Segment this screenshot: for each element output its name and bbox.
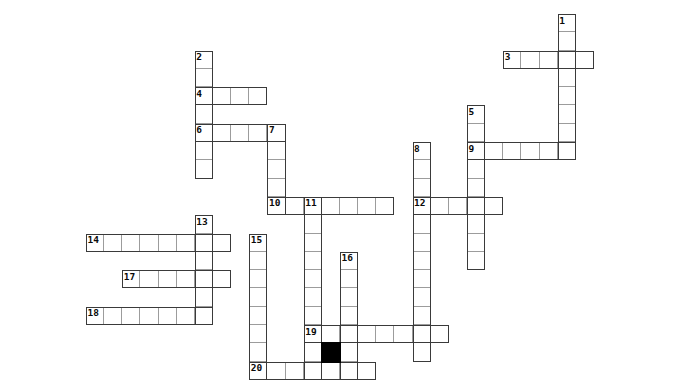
- cell-r13-c19[interactable]: [413, 234, 431, 252]
- cell-r13-c1[interactable]: [86, 234, 104, 252]
- cell-r12-c7[interactable]: [195, 215, 213, 233]
- cell-r15-c4[interactable]: [140, 270, 158, 288]
- cell-r11-c16[interactable]: [358, 197, 376, 215]
- cell-r18-c10[interactable]: [249, 325, 267, 343]
- cell-r13-c13[interactable]: [304, 234, 322, 252]
- cell-r7-c10[interactable]: [249, 124, 267, 142]
- cell-r7-c9[interactable]: [231, 124, 249, 142]
- cell-r3-c7[interactable]: [195, 51, 213, 69]
- cell-r17-c3[interactable]: [122, 307, 140, 325]
- cell-r6-c22[interactable]: [467, 105, 485, 123]
- cell-r14-c22[interactable]: [467, 252, 485, 270]
- cell-r13-c10[interactable]: [249, 234, 267, 252]
- cell-r18-c20[interactable]: [431, 325, 449, 343]
- cell-r15-c3[interactable]: [122, 270, 140, 288]
- cell-r16-c10[interactable]: [249, 288, 267, 306]
- cell-r18-c15[interactable]: [340, 325, 358, 343]
- cell-r17-c1[interactable]: [86, 307, 104, 325]
- cell-r20-c13[interactable]: [304, 362, 322, 380]
- cell-r10-c19[interactable]: [413, 179, 431, 197]
- cell-r19-c13[interactable]: [304, 343, 322, 361]
- cell-r7-c27[interactable]: [558, 124, 576, 142]
- cell-r15-c10[interactable]: [249, 270, 267, 288]
- cell-r15-c6[interactable]: [177, 270, 195, 288]
- cell-r5-c27[interactable]: [558, 87, 576, 105]
- cell-r5-c10[interactable]: [249, 87, 267, 105]
- cell-r18-c18[interactable]: [394, 325, 412, 343]
- cell-r7-c7[interactable]: [195, 124, 213, 142]
- cell-r10-c22[interactable]: [467, 179, 485, 197]
- cell-r1-c27[interactable]: [558, 14, 576, 32]
- cell-r3-c26[interactable]: [540, 51, 558, 69]
- cell-r8-c24[interactable]: [503, 142, 521, 160]
- cell-r8-c26[interactable]: [540, 142, 558, 160]
- cell-r4-c27[interactable]: [558, 69, 576, 87]
- cell-r20-c11[interactable]: [267, 362, 285, 380]
- cell-r8-c22[interactable]: [467, 142, 485, 160]
- cell-r17-c15[interactable]: [340, 307, 358, 325]
- cell-r12-c19[interactable]: [413, 215, 431, 233]
- cell-r8-c11[interactable]: [267, 142, 285, 160]
- cell-r9-c22[interactable]: [467, 160, 485, 178]
- cell-r17-c6[interactable]: [177, 307, 195, 325]
- cell-r17-c7[interactable]: [195, 307, 213, 325]
- cell-r4-c7[interactable]: [195, 69, 213, 87]
- cell-r17-c19[interactable]: [413, 307, 431, 325]
- cell-r18-c17[interactable]: [376, 325, 394, 343]
- cell-r20-c12[interactable]: [286, 362, 304, 380]
- cell-r6-c7[interactable]: [195, 105, 213, 123]
- cell-r20-c10[interactable]: [249, 362, 267, 380]
- cell-r11-c23[interactable]: [485, 197, 503, 215]
- cell-r13-c7[interactable]: [195, 234, 213, 252]
- cell-r8-c25[interactable]: [521, 142, 539, 160]
- cell-r3-c24[interactable]: [503, 51, 521, 69]
- cell-r14-c10[interactable]: [249, 252, 267, 270]
- cell-r20-c15[interactable]: [340, 362, 358, 380]
- cell-r15-c5[interactable]: [159, 270, 177, 288]
- cell-r3-c28[interactable]: [576, 51, 594, 69]
- cell-r18-c13[interactable]: [304, 325, 322, 343]
- cell-r14-c7[interactable]: [195, 252, 213, 270]
- cell-r11-c22[interactable]: [467, 197, 485, 215]
- cell-r16-c7[interactable]: [195, 288, 213, 306]
- cell-r11-c12[interactable]: [286, 197, 304, 215]
- cell-r15-c8[interactable]: [213, 270, 231, 288]
- cell-r17-c13[interactable]: [304, 307, 322, 325]
- cell-r18-c19[interactable]: [413, 325, 431, 343]
- cell-r7-c11[interactable]: [267, 124, 285, 142]
- cell-r13-c4[interactable]: [140, 234, 158, 252]
- cell-r13-c2[interactable]: [104, 234, 122, 252]
- cell-r17-c4[interactable]: [140, 307, 158, 325]
- crossword-board: 3469101214171819201257811131516: [86, 14, 594, 380]
- cell-r19-c15[interactable]: [340, 343, 358, 361]
- cell-r13-c8[interactable]: [213, 234, 231, 252]
- cell-r16-c15[interactable]: [340, 288, 358, 306]
- cell-r13-c3[interactable]: [122, 234, 140, 252]
- cell-r16-c13[interactable]: [304, 288, 322, 306]
- cell-r7-c8[interactable]: [213, 124, 231, 142]
- cell-r8-c7[interactable]: [195, 142, 213, 160]
- cell-r8-c27[interactable]: [558, 142, 576, 160]
- cell-r11-c15[interactable]: [340, 197, 358, 215]
- cell-r18-c14[interactable]: [322, 325, 340, 343]
- cell-r11-c17[interactable]: [376, 197, 394, 215]
- cell-r12-c22[interactable]: [467, 215, 485, 233]
- cell-r14-c19[interactable]: [413, 252, 431, 270]
- cell-r9-c19[interactable]: [413, 160, 431, 178]
- cell-r17-c5[interactable]: [159, 307, 177, 325]
- cell-r11-c21[interactable]: [449, 197, 467, 215]
- cell-r13-c5[interactable]: [159, 234, 177, 252]
- cell-r20-c14[interactable]: [322, 362, 340, 380]
- cell-r19-c19[interactable]: [413, 343, 431, 361]
- cell-r14-c15[interactable]: [340, 252, 358, 270]
- cell-r5-c9[interactable]: [231, 87, 249, 105]
- cell-r18-c16[interactable]: [358, 325, 376, 343]
- cell-r11-c20[interactable]: [431, 197, 449, 215]
- cell-r16-c19[interactable]: [413, 288, 431, 306]
- cell-r6-c27[interactable]: [558, 105, 576, 123]
- cell-r3-c25[interactable]: [521, 51, 539, 69]
- cell-r13-c6[interactable]: [177, 234, 195, 252]
- cell-r11-c14[interactable]: [322, 197, 340, 215]
- cell-r3-c27[interactable]: [558, 51, 576, 69]
- cell-r12-c13[interactable]: [304, 215, 322, 233]
- cell-r15-c19[interactable]: [413, 270, 431, 288]
- cell-r13-c22[interactable]: [467, 234, 485, 252]
- cell-r8-c23[interactable]: [485, 142, 503, 160]
- cell-r15-c15[interactable]: [340, 270, 358, 288]
- cell-r11-c11[interactable]: [267, 197, 285, 215]
- cell-r8-c19[interactable]: [413, 142, 431, 160]
- cell-r15-c7[interactable]: [195, 270, 213, 288]
- cell-r17-c10[interactable]: [249, 307, 267, 325]
- black-cell-r19-c14: [321, 342, 341, 362]
- cell-r5-c7[interactable]: [195, 87, 213, 105]
- cell-r7-c22[interactable]: [467, 124, 485, 142]
- cell-r11-c13[interactable]: [304, 197, 322, 215]
- cell-r14-c13[interactable]: [304, 252, 322, 270]
- cell-r11-c19[interactable]: [413, 197, 431, 215]
- cell-r19-c10[interactable]: [249, 343, 267, 361]
- cell-r20-c16[interactable]: [358, 362, 376, 380]
- cell-r9-c7[interactable]: [195, 160, 213, 178]
- crossword-diagram: 3469101214171819201257811131516: [0, 0, 678, 381]
- cell-r15-c13[interactable]: [304, 270, 322, 288]
- cell-r9-c11[interactable]: [267, 160, 285, 178]
- cell-r5-c8[interactable]: [213, 87, 231, 105]
- cell-r10-c11[interactable]: [267, 179, 285, 197]
- cell-r17-c2[interactable]: [104, 307, 122, 325]
- cell-r2-c27[interactable]: [558, 32, 576, 50]
